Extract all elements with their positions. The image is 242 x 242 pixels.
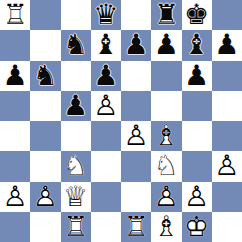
pawn-outline-glyph: ♙: [121, 121, 151, 151]
pawn-glyph: ♟: [91, 61, 121, 91]
pawn-outline-glyph: ♙: [151, 182, 181, 212]
square-h3[interactable]: ♟♙: [212, 151, 242, 181]
square-h6[interactable]: [212, 61, 242, 91]
square-e2[interactable]: [121, 182, 151, 212]
king-glyph: ♚: [182, 0, 212, 30]
square-h2[interactable]: [212, 182, 242, 212]
pawn-outline-glyph: ♙: [30, 182, 60, 212]
square-f8[interactable]: ♜: [151, 0, 181, 30]
piece-white-rook[interactable]: ♜♖: [61, 212, 91, 242]
square-e1[interactable]: ♜♖: [121, 212, 151, 242]
piece-white-queen[interactable]: ♛♕: [61, 182, 91, 212]
bishop-outline-glyph: ♗: [151, 121, 181, 151]
square-e8[interactable]: [121, 0, 151, 30]
square-c7[interactable]: ♞: [61, 30, 91, 60]
piece-black-pawn[interactable]: ♟: [212, 30, 242, 60]
queen-glyph: ♛: [91, 0, 121, 30]
square-h5[interactable]: [212, 91, 242, 121]
rook-glyph: ♜: [151, 0, 181, 30]
square-c5[interactable]: ♟: [61, 91, 91, 121]
piece-white-pawn[interactable]: ♟♙: [0, 182, 30, 212]
square-a8[interactable]: ♜♖: [0, 0, 30, 30]
queen-outline-glyph: ♕: [61, 182, 91, 212]
square-g7[interactable]: ♝: [182, 30, 212, 60]
piece-black-pawn[interactable]: ♟: [151, 30, 181, 60]
square-d8[interactable]: ♛: [91, 0, 121, 30]
square-e7[interactable]: ♟: [121, 30, 151, 60]
square-c4[interactable]: [61, 121, 91, 151]
square-h1[interactable]: [212, 212, 242, 242]
square-b3[interactable]: [30, 151, 60, 181]
piece-black-pawn[interactable]: ♟: [91, 61, 121, 91]
piece-black-queen[interactable]: ♛: [91, 0, 121, 30]
square-g4[interactable]: [182, 121, 212, 151]
square-a3[interactable]: [0, 151, 30, 181]
bishop-glyph: ♝: [91, 30, 121, 60]
pawn-outline-glyph: ♙: [182, 182, 212, 212]
square-d5[interactable]: ♟♙: [91, 91, 121, 121]
piece-white-bishop[interactable]: ♝♗: [151, 121, 181, 151]
square-a4[interactable]: [0, 121, 30, 151]
square-f7[interactable]: ♟: [151, 30, 181, 60]
square-d3[interactable]: [91, 151, 121, 181]
piece-white-pawn[interactable]: ♟♙: [30, 182, 60, 212]
chess-board: ♜♖♛♜♚♞♝♟♟♝♟♟♞♟♟♟♟♙♟♙♝♗♞♘♞♘♟♙♟♙♟♙♛♕♟♙♟♙♜♖…: [0, 0, 242, 242]
rook-outline-glyph: ♖: [61, 212, 91, 242]
piece-black-pawn[interactable]: ♟: [182, 61, 212, 91]
square-c6[interactable]: [61, 61, 91, 91]
square-c1[interactable]: ♜♖: [61, 212, 91, 242]
square-a7[interactable]: [0, 30, 30, 60]
square-h7[interactable]: ♟: [212, 30, 242, 60]
square-d1[interactable]: [91, 212, 121, 242]
piece-white-pawn[interactable]: ♟♙: [182, 182, 212, 212]
pawn-glyph: ♟: [61, 91, 91, 121]
square-c3[interactable]: ♞♘: [61, 151, 91, 181]
square-c8[interactable]: [61, 0, 91, 30]
knight-glyph: ♞: [30, 61, 60, 91]
knight-outline-glyph: ♘: [151, 151, 181, 181]
pawn-glyph: ♟: [0, 61, 30, 91]
pawn-outline-glyph: ♙: [91, 91, 121, 121]
square-g5[interactable]: [182, 91, 212, 121]
square-g6[interactable]: ♟: [182, 61, 212, 91]
square-g8[interactable]: ♚: [182, 0, 212, 30]
square-e6[interactable]: [121, 61, 151, 91]
square-d7[interactable]: ♝: [91, 30, 121, 60]
square-b8[interactable]: [30, 0, 60, 30]
pawn-outline-glyph: ♙: [0, 182, 30, 212]
piece-white-knight[interactable]: ♞♘: [61, 151, 91, 181]
piece-white-pawn[interactable]: ♟♙: [151, 182, 181, 212]
piece-black-pawn[interactable]: ♟: [0, 61, 30, 91]
piece-white-pawn[interactable]: ♟♙: [121, 121, 151, 151]
square-g1[interactable]: ♚♔: [182, 212, 212, 242]
square-b2[interactable]: ♟♙: [30, 182, 60, 212]
piece-black-pawn[interactable]: ♟: [121, 30, 151, 60]
piece-black-knight[interactable]: ♞: [61, 30, 91, 60]
square-b7[interactable]: [30, 30, 60, 60]
square-e3[interactable]: [121, 151, 151, 181]
square-g3[interactable]: [182, 151, 212, 181]
knight-outline-glyph: ♘: [61, 151, 91, 181]
square-d6[interactable]: ♟: [91, 61, 121, 91]
square-f6[interactable]: [151, 61, 181, 91]
square-b4[interactable]: [30, 121, 60, 151]
square-e4[interactable]: ♟♙: [121, 121, 151, 151]
pawn-glyph: ♟: [151, 30, 181, 60]
piece-white-knight[interactable]: ♞♘: [151, 151, 181, 181]
piece-white-rook[interactable]: ♜♖: [121, 212, 151, 242]
square-f3[interactable]: ♞♘: [151, 151, 181, 181]
square-f1[interactable]: ♝♗: [151, 212, 181, 242]
square-g2[interactable]: ♟♙: [182, 182, 212, 212]
pawn-outline-glyph: ♙: [212, 151, 242, 181]
piece-black-pawn[interactable]: ♟: [61, 91, 91, 121]
square-b5[interactable]: [30, 91, 60, 121]
square-h4[interactable]: [212, 121, 242, 151]
square-b1[interactable]: [30, 212, 60, 242]
rook-outline-glyph: ♖: [0, 0, 30, 30]
square-a2[interactable]: ♟♙: [0, 182, 30, 212]
king-outline-glyph: ♔: [182, 212, 212, 242]
piece-white-pawn[interactable]: ♟♙: [91, 91, 121, 121]
square-d2[interactable]: [91, 182, 121, 212]
square-f4[interactable]: ♝♗: [151, 121, 181, 151]
square-f5[interactable]: [151, 91, 181, 121]
square-h8[interactable]: [212, 0, 242, 30]
square-a5[interactable]: [0, 91, 30, 121]
piece-white-king[interactable]: ♚♔: [182, 212, 212, 242]
square-a1[interactable]: [0, 212, 30, 242]
pawn-glyph: ♟: [182, 61, 212, 91]
square-b6[interactable]: ♞: [30, 61, 60, 91]
piece-white-rook[interactable]: ♜♖: [0, 0, 30, 30]
square-a6[interactable]: ♟: [0, 61, 30, 91]
bishop-outline-glyph: ♗: [151, 212, 181, 242]
pawn-glyph: ♟: [121, 30, 151, 60]
piece-white-bishop[interactable]: ♝♗: [151, 212, 181, 242]
square-d4[interactable]: [91, 121, 121, 151]
rook-outline-glyph: ♖: [121, 212, 151, 242]
knight-glyph: ♞: [61, 30, 91, 60]
piece-black-king[interactable]: ♚: [182, 0, 212, 30]
pawn-glyph: ♟: [212, 30, 242, 60]
square-c2[interactable]: ♛♕: [61, 182, 91, 212]
square-e5[interactable]: [121, 91, 151, 121]
piece-black-bishop[interactable]: ♝: [182, 30, 212, 60]
piece-black-knight[interactable]: ♞: [30, 61, 60, 91]
piece-white-pawn[interactable]: ♟♙: [212, 151, 242, 181]
square-f2[interactable]: ♟♙: [151, 182, 181, 212]
bishop-glyph: ♝: [182, 30, 212, 60]
piece-black-bishop[interactable]: ♝: [91, 30, 121, 60]
piece-black-rook[interactable]: ♜: [151, 0, 181, 30]
